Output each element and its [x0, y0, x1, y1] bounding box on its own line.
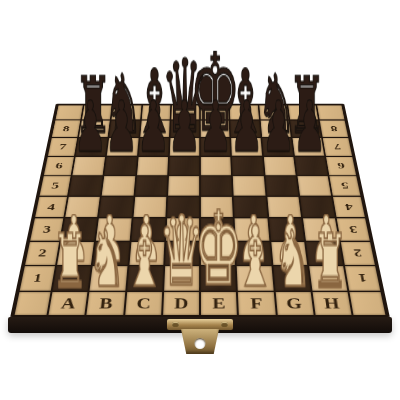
square-f7[interactable]: ♟ — [231, 138, 261, 156]
file-label-B: B — [87, 292, 125, 315]
square-b6[interactable] — [105, 157, 137, 175]
rank-label-left-5: 5 — [40, 176, 71, 196]
square-d6[interactable] — [169, 157, 199, 175]
file-label-G-text: G — [286, 296, 303, 310]
rank-label-left-4-text: 4 — [47, 202, 56, 212]
piece-black-pawn-a7[interactable]: ♟ — [74, 99, 108, 157]
square-a1[interactable]: ♜ — [53, 266, 91, 291]
square-e1[interactable]: ♚ — [201, 266, 236, 291]
file-label-B-text: B — [99, 296, 114, 310]
piece-black-pawn-h7[interactable]: ♟ — [293, 99, 327, 157]
file-label-D: D — [163, 292, 199, 315]
square-c6[interactable] — [137, 157, 168, 175]
piece-white-rook-a1[interactable]: ♜ — [52, 231, 88, 292]
square-d7[interactable]: ♟ — [170, 138, 200, 156]
square-h7[interactable]: ♟ — [292, 138, 324, 156]
rank-label-left-1-text: 1 — [32, 272, 42, 284]
rank-label-right-1: 1 — [345, 266, 380, 291]
file-label-C-text: C — [136, 296, 151, 310]
rank-label-left-3-text: 3 — [42, 224, 52, 234]
rank-label-left-6: 6 — [44, 157, 74, 175]
square-g7[interactable]: ♟ — [262, 138, 293, 156]
square-f6[interactable] — [232, 157, 263, 175]
rank-label-left-5-text: 5 — [51, 181, 60, 190]
piece-black-pawn-g7[interactable]: ♟ — [261, 99, 295, 157]
rank-label-right-7-text: 7 — [333, 143, 341, 151]
file-label-D-text: D — [174, 296, 189, 310]
rank-label-right-8-text: 8 — [330, 125, 338, 133]
rank-label-right-2-text: 2 — [353, 248, 363, 259]
file-label-C: C — [125, 292, 162, 315]
square-a7[interactable]: ♟ — [76, 138, 108, 156]
piece-black-pawn-b7[interactable]: ♟ — [105, 99, 139, 157]
file-label-H-text: H — [323, 296, 340, 310]
piece-white-knight-g1[interactable]: ♞ — [274, 228, 311, 292]
square-e6[interactable] — [201, 157, 231, 175]
square-e7[interactable]: ♟ — [201, 138, 231, 156]
rank-label-right-5-text: 5 — [340, 181, 349, 190]
square-g6[interactable] — [263, 157, 295, 175]
clasp-screw-left — [172, 322, 179, 327]
piece-black-pawn-f7[interactable]: ♟ — [230, 99, 264, 157]
frame-cell — [15, 292, 51, 315]
file-label-G: G — [275, 292, 313, 315]
file-label-A: A — [49, 292, 88, 315]
square-b1[interactable]: ♞ — [90, 266, 127, 291]
square-g5[interactable] — [265, 176, 298, 196]
square-c1[interactable]: ♝ — [127, 266, 163, 291]
chess-board: 8♜♞♝♛♚♝♞♜87♟♟♟♟♟♟♟♟7665544332♟♟♟♟♟♟♟♟21♜… — [10, 104, 390, 318]
rank-label-right-5: 5 — [329, 176, 360, 196]
rank-label-left-1: 1 — [20, 266, 55, 291]
rank-label-right-1-text: 1 — [357, 272, 367, 284]
square-h1[interactable]: ♜ — [309, 266, 347, 291]
piece-black-pawn-d7[interactable]: ♟ — [168, 99, 202, 157]
square-h6[interactable] — [295, 157, 328, 175]
piece-white-bishop-c1[interactable]: ♝ — [124, 223, 164, 292]
file-label-H: H — [312, 292, 351, 315]
rank-label-left-8-text: 8 — [62, 125, 70, 133]
file-label-E-text: E — [212, 296, 225, 310]
rank-label-left-2-text: 2 — [37, 248, 47, 259]
rank-label-left-7-text: 7 — [59, 143, 67, 151]
square-h5[interactable] — [297, 176, 331, 196]
piece-white-knight-b1[interactable]: ♞ — [89, 228, 126, 292]
rank-label-right-4-text: 4 — [344, 202, 353, 212]
rank-label-right-7: 7 — [323, 138, 352, 156]
chess-set-photo: 8♜♞♝♛♚♝♞♜87♟♟♟♟♟♟♟♟7665544332♟♟♟♟♟♟♟♟21♜… — [0, 0, 400, 400]
piece-black-pawn-c7[interactable]: ♟ — [136, 99, 170, 157]
square-a6[interactable] — [72, 157, 105, 175]
clasp-screw-right — [221, 322, 228, 327]
square-c7[interactable]: ♟ — [138, 138, 168, 156]
file-label-F-text: F — [250, 296, 263, 310]
file-label-E: E — [201, 292, 237, 315]
square-f1[interactable]: ♝ — [237, 266, 273, 291]
rank-label-right-6-text: 6 — [337, 161, 346, 170]
rank-label-left-6-text: 6 — [55, 161, 64, 170]
square-b7[interactable]: ♟ — [107, 138, 138, 156]
piece-black-pawn-e7[interactable]: ♟ — [199, 99, 233, 157]
piece-white-bishop-f1[interactable]: ♝ — [236, 223, 276, 292]
clasp-plate — [167, 319, 233, 330]
square-c5[interactable] — [135, 176, 167, 196]
frame-cell — [349, 292, 385, 315]
square-b5[interactable] — [102, 176, 135, 196]
clasp-hole — [195, 338, 206, 349]
square-a5[interactable] — [69, 176, 103, 196]
piece-white-rook-h1[interactable]: ♜ — [312, 231, 348, 292]
file-label-A-text: A — [60, 296, 76, 310]
rank-label-right-6: 6 — [326, 157, 356, 175]
rank-label-right-3-text: 3 — [348, 224, 358, 234]
square-g1[interactable]: ♞ — [273, 266, 310, 291]
file-label-F: F — [238, 292, 275, 315]
